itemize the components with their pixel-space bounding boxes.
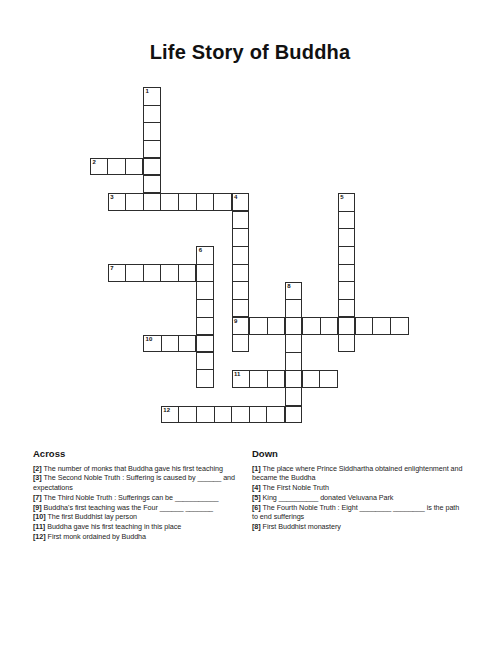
grid-cell-r10c4[interactable]: [161, 265, 179, 281]
grid-cell-r10c2[interactable]: [126, 265, 144, 281]
grid-cell-r4c2[interactable]: [126, 159, 143, 175]
grid-cell-r16c6[interactable]: [197, 370, 213, 387]
grid-cell-r18c11[interactable]: [285, 407, 302, 423]
grid-cell-r7c14[interactable]: [339, 212, 355, 230]
grid-cell-r14c4[interactable]: [162, 336, 179, 352]
grid-cell-r13c11[interactable]: [285, 318, 303, 334]
grid-cell-r14c8[interactable]: [233, 335, 249, 352]
grid-cell-r11c14[interactable]: [339, 282, 355, 300]
grid-cell-r16c13[interactable]: [320, 371, 337, 387]
grid-cell-r11c8[interactable]: [233, 282, 249, 300]
grid-cell-r13c17[interactable]: [391, 318, 408, 334]
grid-cell-r6c6[interactable]: [197, 194, 215, 210]
grid-cell-r10c14[interactable]: [339, 265, 355, 283]
clue-11-across: [11] Buddha gave his first teaching in t…: [33, 522, 249, 532]
grid-cell-r6c5[interactable]: [179, 194, 197, 210]
grid-cell-r14c3[interactable]: 10: [144, 336, 161, 352]
grid-cell-r6c8[interactable]: 4: [233, 194, 249, 212]
down-heading: Down: [252, 448, 464, 459]
grid-cell-r2c3[interactable]: [144, 123, 160, 141]
grid-cell-r5c3[interactable]: [144, 176, 160, 194]
cell-number: 5: [340, 194, 343, 201]
grid-cell-r18c4[interactable]: 12: [162, 407, 180, 423]
grid-cell-r15c11[interactable]: [286, 353, 302, 371]
grid-cell-r6c2[interactable]: [126, 194, 144, 210]
grid-cell-r16c11[interactable]: [285, 371, 303, 387]
cell-number: 9: [234, 318, 237, 325]
word-3-across: 3: [108, 193, 250, 211]
grid-cell-r13c12[interactable]: [303, 318, 321, 334]
grid-cell-r12c14[interactable]: [339, 300, 355, 318]
grid-cell-r18c5[interactable]: [179, 407, 197, 423]
grid-cell-r6c14[interactable]: 5: [339, 194, 355, 212]
grid-cell-r11c6[interactable]: [197, 282, 213, 300]
grid-cell-r14c6[interactable]: [196, 336, 212, 352]
grid-cell-r8c14[interactable]: [339, 229, 355, 247]
cell-number: 4: [234, 194, 237, 201]
grid-cell-r16c10[interactable]: [268, 371, 286, 387]
grid-cell-r6c1[interactable]: 3: [109, 194, 127, 210]
grid-cell-r9c6[interactable]: 6: [197, 247, 213, 265]
grid-cell-r3c3[interactable]: [144, 141, 160, 159]
grid-cell-r1c3[interactable]: [144, 106, 160, 124]
grid-cell-r16c12[interactable]: [303, 371, 321, 387]
grid-cell-r7c8[interactable]: [233, 212, 249, 230]
grid-cell-r10c1[interactable]: 7: [109, 265, 127, 281]
word-7-across: 7: [108, 264, 214, 282]
grid-cell-r16c9[interactable]: [250, 371, 268, 387]
word-12-across: 12: [161, 406, 303, 424]
clue-2-across: [2] The number of monks that Buddha gave…: [33, 464, 249, 474]
clue-8-down: [8] First Buddhist monastery: [252, 522, 464, 532]
word-10-across: 10: [143, 335, 214, 353]
down-clues-section: Down [1] The place where Prince Siddhart…: [252, 448, 464, 532]
grid-cell-r4c1[interactable]: [108, 159, 125, 175]
clue-12-across: [12] First monk ordained by Buddha: [33, 532, 249, 542]
grid-cell-r12c8[interactable]: [233, 300, 249, 318]
cell-number: 2: [93, 159, 96, 166]
grid-cell-r13c16[interactable]: [373, 318, 391, 334]
grid-cell-r10c8[interactable]: [233, 265, 249, 283]
grid-cell-r14c14[interactable]: [339, 335, 355, 352]
word-8-down: 8: [285, 282, 303, 424]
clue-9-across: [9] Buddha's first teaching was the Four…: [33, 503, 249, 513]
grid-cell-r11c11[interactable]: 8: [286, 283, 302, 301]
cell-number: 11: [234, 371, 240, 378]
grid-cell-r18c7[interactable]: [215, 407, 233, 423]
grid-cell-r10c5[interactable]: [179, 265, 197, 281]
clue-3-across: [3] The Second Noble Truth : Suffering i…: [33, 473, 249, 493]
grid-cell-r13c13[interactable]: [321, 318, 339, 334]
grid-cell-r14c11[interactable]: [286, 335, 302, 353]
across-heading: Across: [33, 448, 249, 459]
clue-6-down: [6] The Fourth Noble Truth : Eight _____…: [252, 503, 464, 523]
grid-cell-r8c8[interactable]: [233, 229, 249, 247]
cell-number: 7: [110, 265, 113, 272]
grid-cell-r18c8[interactable]: [232, 407, 250, 423]
grid-cell-r18c6[interactable]: [197, 407, 215, 423]
grid-cell-r13c14[interactable]: [338, 318, 356, 334]
grid-cell-r0c3[interactable]: 1: [144, 88, 160, 106]
grid-cell-r12c11[interactable]: [286, 300, 302, 318]
word-11-across: 11: [232, 370, 338, 388]
grid-cell-r13c8[interactable]: 9: [233, 318, 251, 334]
crossword-page: Life Story of Buddha 123456789101112 Acr…: [0, 0, 500, 647]
grid-cell-r4c0[interactable]: 2: [91, 159, 108, 175]
grid-cell-r16c8[interactable]: 11: [233, 371, 251, 387]
clue-10-across: [10] The first Buddhist lay person: [33, 512, 249, 522]
grid-cell-r18c10[interactable]: [267, 407, 285, 423]
grid-cell-r13c10[interactable]: [268, 318, 286, 334]
down-clue-list: [1] The place where Prince Siddhartha ob…: [252, 464, 464, 533]
cell-number: 10: [146, 336, 153, 343]
grid-cell-r17c11[interactable]: [286, 388, 302, 406]
grid-cell-r15c6[interactable]: [197, 353, 213, 371]
grid-cell-r13c15[interactable]: [356, 318, 374, 334]
clue-4-down: [4] The First Noble Truth: [252, 483, 464, 493]
crossword-grid: 123456789101112: [0, 0, 500, 647]
cell-number: 1: [146, 88, 149, 95]
cell-number: 8: [287, 283, 290, 290]
grid-cell-r6c3[interactable]: [144, 194, 162, 210]
grid-cell-r13c6[interactable]: [197, 318, 213, 336]
clue-7-across: [7] The Third Noble Truth : Sufferings c…: [33, 493, 249, 503]
cell-number: 6: [199, 247, 202, 254]
across-clues-section: Across [2] The number of monks that Budd…: [33, 448, 249, 542]
grid-cell-r10c6[interactable]: [196, 265, 213, 281]
word-9-across: 9: [232, 317, 409, 335]
grid-cell-r12c6[interactable]: [197, 300, 213, 318]
grid-cell-r4c3[interactable]: [143, 159, 159, 175]
grid-cell-r14c5[interactable]: [179, 336, 196, 352]
clue-5-down: [5] King __________ donated Veluvana Par…: [252, 493, 464, 503]
grid-cell-r6c4[interactable]: [161, 194, 179, 210]
grid-cell-r18c9[interactable]: [250, 407, 268, 423]
grid-cell-r10c3[interactable]: [144, 265, 162, 281]
across-clue-list: [2] The number of monks that Buddha gave…: [33, 464, 249, 542]
word-2-across: 2: [90, 158, 161, 176]
grid-cell-r13c9[interactable]: [250, 318, 268, 334]
cell-number: 12: [163, 407, 170, 414]
cell-number: 3: [110, 194, 113, 201]
clue-1-down: [1] The place where Prince Siddhartha ob…: [252, 464, 464, 484]
grid-cell-r9c14[interactable]: [339, 247, 355, 265]
grid-cell-r6c7[interactable]: [214, 194, 232, 210]
grid-cell-r9c8[interactable]: [233, 247, 249, 265]
